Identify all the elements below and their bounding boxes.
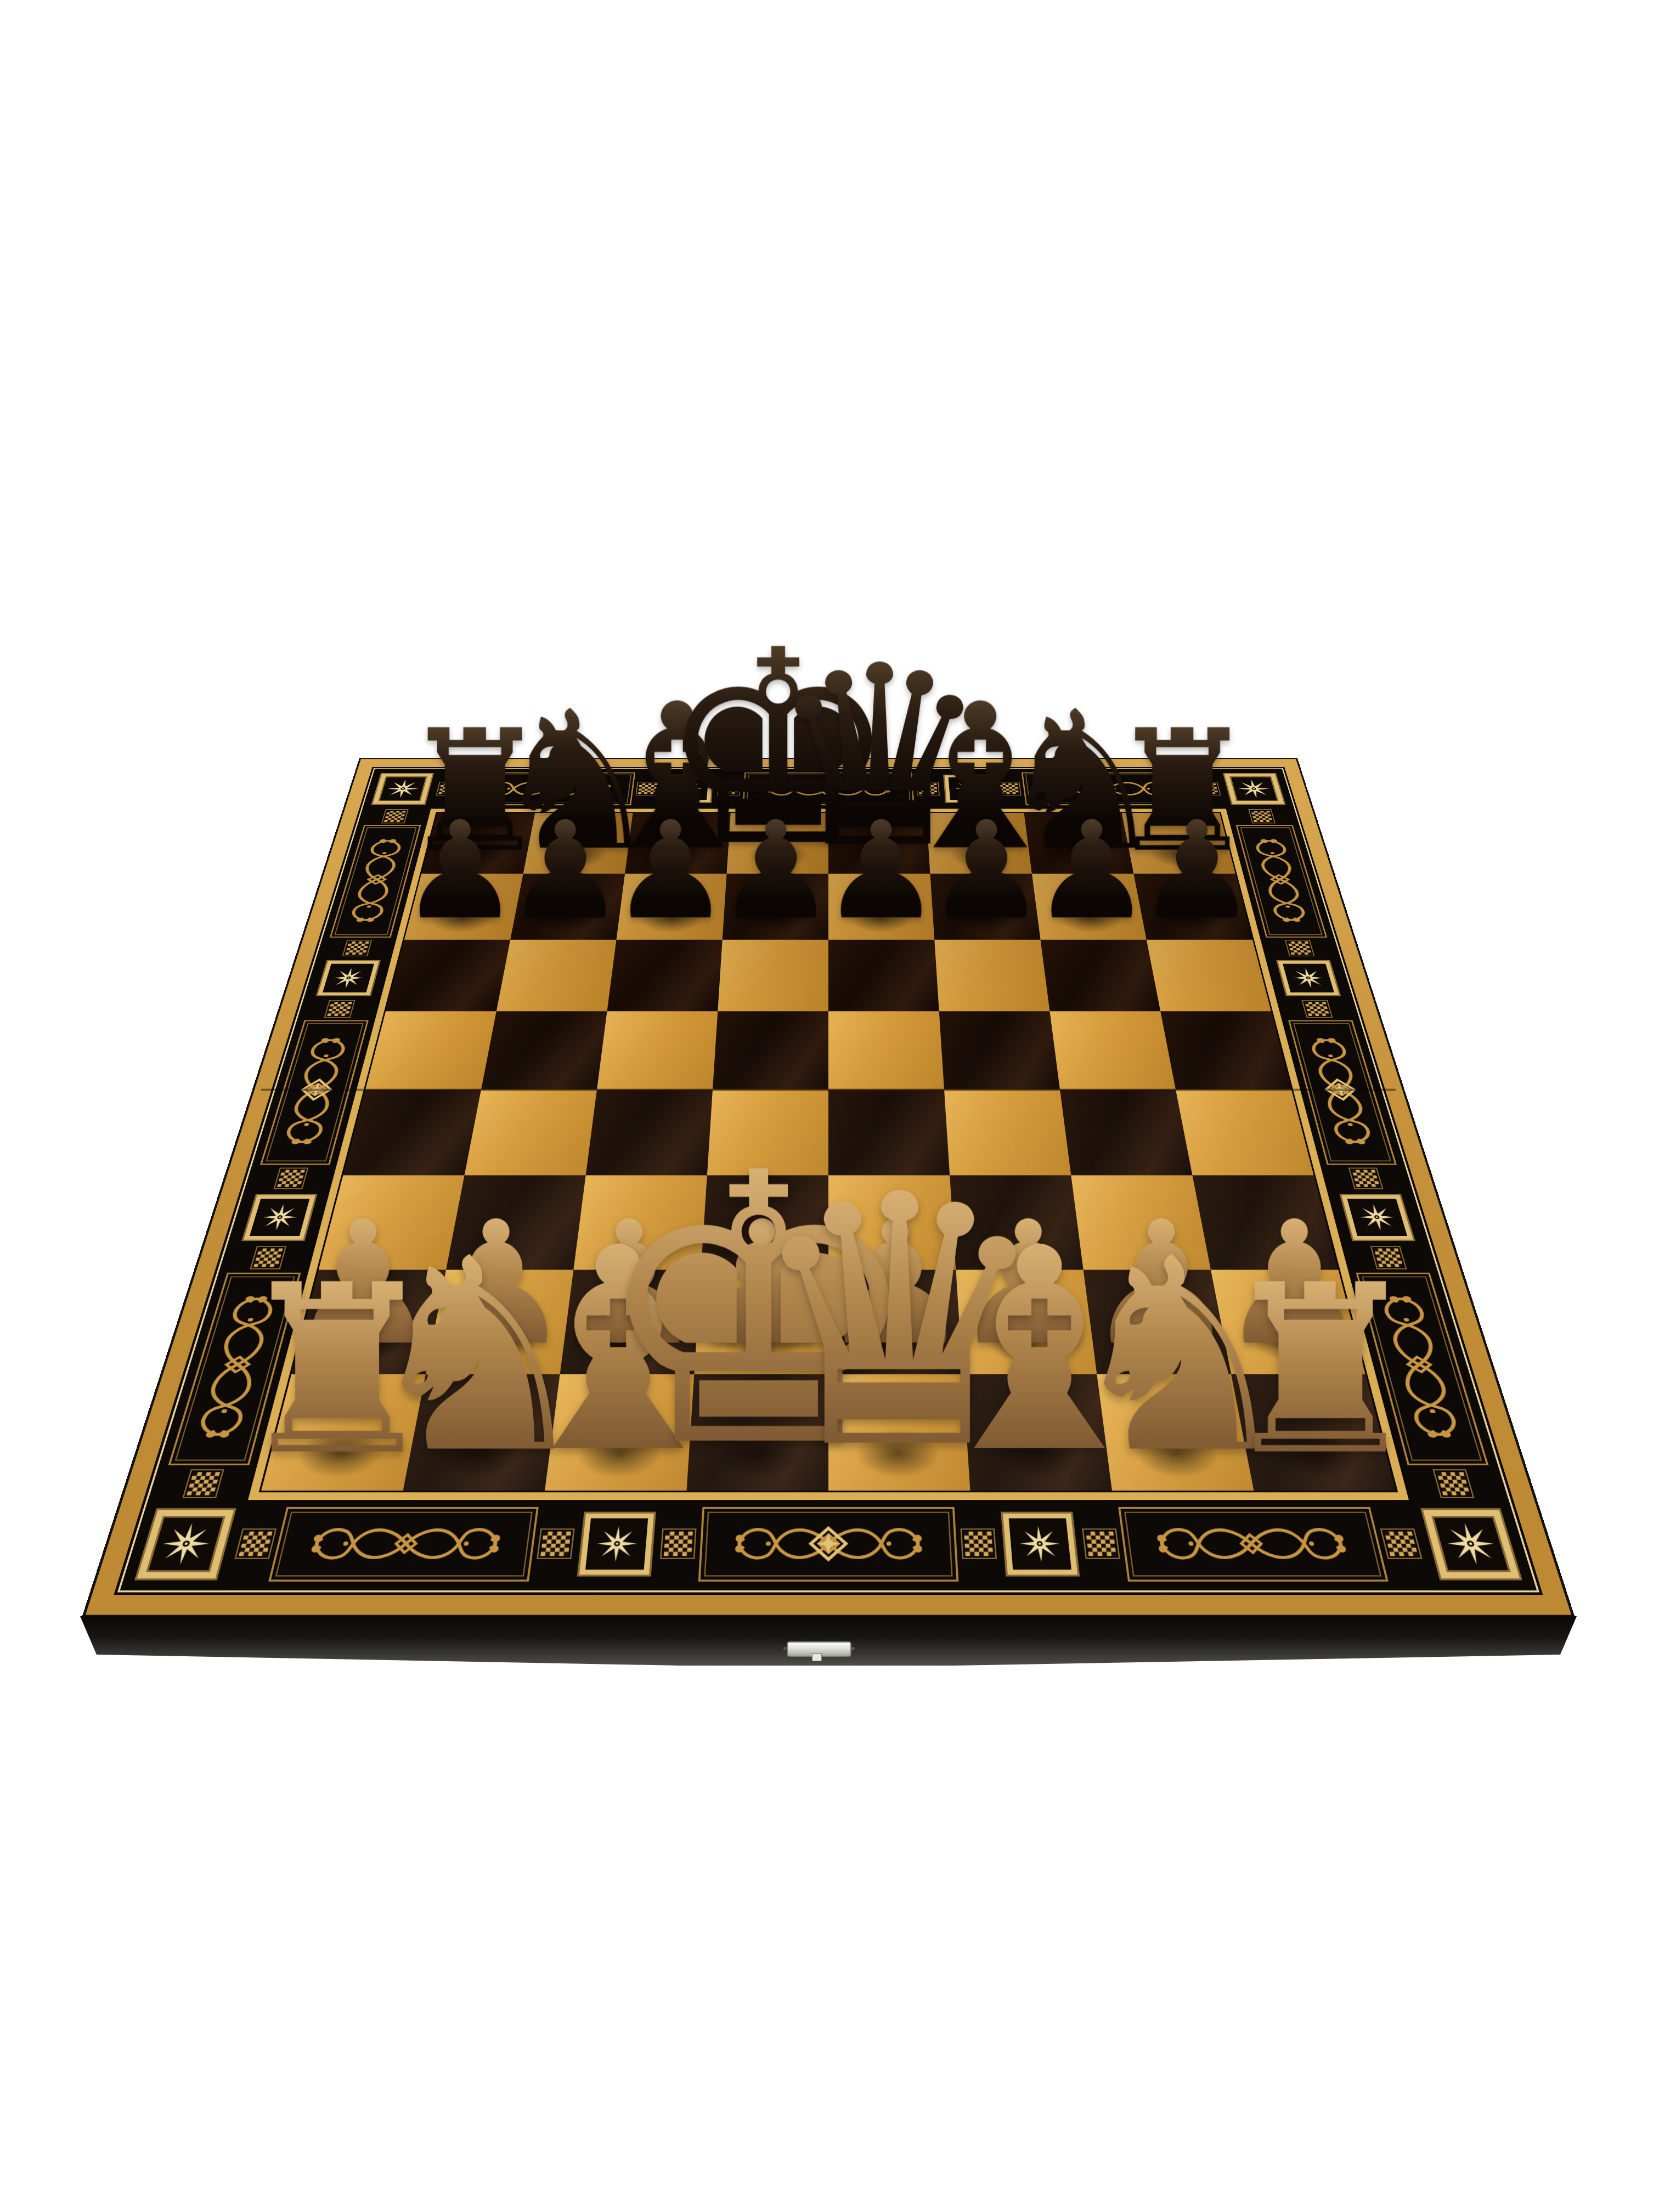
white-rook-glyph: ♜ bbox=[233, 1272, 442, 1470]
checker-chip bbox=[962, 1530, 995, 1558]
checker-chip bbox=[1084, 1530, 1119, 1558]
clasp-latch[interactable] bbox=[781, 1639, 857, 1661]
black-pawn-glyph: ♟ bbox=[821, 814, 941, 928]
band-top bbox=[432, 769, 1225, 809]
scrollwork-panel bbox=[743, 772, 915, 805]
diamond-cross-motif bbox=[744, 774, 912, 805]
piece-black-pawn-d7[interactable]: ♟ bbox=[723, 874, 828, 940]
piece-black-pawn-c7[interactable]: ♟ bbox=[616, 874, 726, 940]
checker-chip bbox=[184, 1470, 223, 1497]
checker-chip bbox=[343, 940, 371, 956]
photo-canvas: ♜♞♝♚♛♝♞♜♟♟♟♟♟♟♟♟♟♟♟♟♟♟♟♟♜♞♝♚♛♝♞♜ bbox=[0, 0, 1659, 2212]
piece-white-rook-a1[interactable]: ♜ bbox=[261, 1374, 426, 1491]
checker-chip bbox=[1434, 1470, 1472, 1497]
checker-chip bbox=[1382, 1530, 1421, 1558]
piece-black-pawn-h7[interactable]: ♟ bbox=[1133, 874, 1252, 940]
black-pawn-glyph: ♟ bbox=[505, 814, 625, 928]
black-pawn-glyph: ♟ bbox=[610, 814, 731, 928]
white-rook-glyph: ♜ bbox=[1216, 1272, 1425, 1470]
piece-black-pawn-g7[interactable]: ♟ bbox=[1032, 874, 1147, 940]
scrollwork-panel bbox=[460, 772, 636, 805]
black-pawn-glyph: ♟ bbox=[715, 814, 836, 928]
piece-black-pawn-e7[interactable]: ♟ bbox=[828, 874, 934, 940]
piece-black-pawn-b7[interactable]: ♟ bbox=[510, 874, 625, 940]
checker-chip bbox=[1303, 1001, 1331, 1017]
checker-chip bbox=[538, 1530, 573, 1558]
piece-black-pawn-f7[interactable]: ♟ bbox=[930, 874, 1040, 940]
star-medallion bbox=[1270, 957, 1347, 1000]
black-pawn-glyph: ♟ bbox=[926, 814, 1047, 928]
black-pawn-glyph: ♟ bbox=[1031, 814, 1152, 928]
star-medallion bbox=[309, 957, 387, 1000]
piece-white-rook-h1[interactable]: ♜ bbox=[1231, 1374, 1396, 1491]
chess-board[interactable]: ♜♞♝♚♛♝♞♜♟♟♟♟♟♟♟♟♟♟♟♟♟♟♟♟♜♞♝♚♛♝♞♜ bbox=[82, 758, 1575, 1618]
checker-chip bbox=[236, 1530, 275, 1558]
clasp-tab-icon bbox=[812, 1654, 822, 1661]
scrollwork-panel bbox=[1022, 772, 1198, 805]
checker-chip bbox=[662, 1530, 695, 1558]
checker-chip bbox=[1286, 940, 1313, 956]
checker-chip bbox=[325, 1001, 354, 1017]
scene: ♜♞♝♚♛♝♞♜♟♟♟♟♟♟♟♟♟♟♟♟♟♟♟♟♜♞♝♚♛♝♞♜ bbox=[0, 0, 1659, 2212]
